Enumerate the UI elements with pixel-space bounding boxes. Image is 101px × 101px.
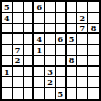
cell-r6c4-empty[interactable] <box>34 56 45 67</box>
cell-r4c6-given-6[interactable]: 6 <box>56 34 67 45</box>
cell-r1c1-given-5[interactable]: 5 <box>2 2 13 13</box>
cell-r3c8-given-7[interactable]: 7 <box>77 24 88 35</box>
cell-r7c2-empty[interactable] <box>13 67 24 78</box>
cell-r1c4-given-6[interactable]: 6 <box>34 2 45 13</box>
cell-r7c4-empty[interactable] <box>34 67 45 78</box>
cell-r9c2-empty[interactable] <box>13 88 24 99</box>
cell-r2c6-empty[interactable] <box>56 13 67 24</box>
cell-r9c8-empty[interactable] <box>77 88 88 99</box>
cell-r4c1-empty[interactable] <box>2 34 13 45</box>
cell-r2c2-empty[interactable] <box>13 13 24 24</box>
cell-r1c3-empty[interactable] <box>24 2 35 13</box>
cell-r7c8-empty[interactable] <box>77 67 88 78</box>
cell-r6c8-empty[interactable] <box>77 56 88 67</box>
cell-r5c1-empty[interactable] <box>2 45 13 56</box>
cell-r5c4-given-1[interactable]: 1 <box>34 45 45 56</box>
cell-r4c9-empty[interactable] <box>88 34 99 45</box>
cell-r8c5-given-2[interactable]: 2 <box>45 77 56 88</box>
cell-r3c5-empty[interactable] <box>45 24 56 35</box>
cell-r8c6-empty[interactable] <box>56 77 67 88</box>
cell-r1c2-empty[interactable] <box>13 2 24 13</box>
cell-r5c3-empty[interactable] <box>24 45 35 56</box>
cell-r6c2-given-2[interactable]: 2 <box>13 56 24 67</box>
cell-r4c4-given-4[interactable]: 4 <box>34 34 45 45</box>
cell-r8c4-empty[interactable] <box>34 77 45 88</box>
cell-r3c7-empty[interactable] <box>67 24 78 35</box>
cell-r1c9-empty[interactable] <box>88 2 99 13</box>
cell-r8c2-empty[interactable] <box>13 77 24 88</box>
cell-r2c3-empty[interactable] <box>24 13 35 24</box>
sudoku-board: 56427846571281325 <box>0 0 101 101</box>
cell-r7c6-empty[interactable] <box>56 67 67 78</box>
cell-r5c5-empty[interactable] <box>45 45 56 56</box>
cell-r4c3-empty[interactable] <box>24 34 35 45</box>
cell-r9c4-empty[interactable] <box>34 88 45 99</box>
cell-r6c9-empty[interactable] <box>88 56 99 67</box>
cell-r3c9-given-8[interactable]: 8 <box>88 24 99 35</box>
cell-r1c5-empty[interactable] <box>45 2 56 13</box>
cell-r7c1-given-1[interactable]: 1 <box>2 67 13 78</box>
cell-r4c7-given-5[interactable]: 5 <box>67 34 78 45</box>
cell-r5c8-empty[interactable] <box>77 45 88 56</box>
cell-r9c3-empty[interactable] <box>24 88 35 99</box>
cell-r3c4-empty[interactable] <box>34 24 45 35</box>
cell-r2c8-given-2[interactable]: 2 <box>77 13 88 24</box>
cell-r1c8-empty[interactable] <box>77 2 88 13</box>
cell-r2c7-empty[interactable] <box>67 13 78 24</box>
cell-r1c6-empty[interactable] <box>56 2 67 13</box>
cell-r2c4-empty[interactable] <box>34 13 45 24</box>
cell-r6c5-empty[interactable] <box>45 56 56 67</box>
cell-r9c1-empty[interactable] <box>2 88 13 99</box>
cell-r8c7-empty[interactable] <box>67 77 78 88</box>
cell-r8c3-empty[interactable] <box>24 77 35 88</box>
cell-r3c1-empty[interactable] <box>2 24 13 35</box>
cell-r4c8-empty[interactable] <box>77 34 88 45</box>
cell-r2c9-empty[interactable] <box>88 13 99 24</box>
cell-r8c9-empty[interactable] <box>88 77 99 88</box>
cell-r6c3-empty[interactable] <box>24 56 35 67</box>
cell-r6c7-given-8[interactable]: 8 <box>67 56 78 67</box>
cell-r3c2-empty[interactable] <box>13 24 24 35</box>
cell-r2c1-given-4[interactable]: 4 <box>2 13 13 24</box>
cell-r4c2-empty[interactable] <box>13 34 24 45</box>
cell-r9c7-empty[interactable] <box>67 88 78 99</box>
cell-r6c1-empty[interactable] <box>2 56 13 67</box>
cell-r6c6-empty[interactable] <box>56 56 67 67</box>
cell-r9c6-given-5[interactable]: 5 <box>56 88 67 99</box>
cell-r5c7-empty[interactable] <box>67 45 78 56</box>
cell-r7c5-given-3[interactable]: 3 <box>45 67 56 78</box>
cell-r1c7-empty[interactable] <box>67 2 78 13</box>
cell-r8c8-empty[interactable] <box>77 77 88 88</box>
cell-r8c1-empty[interactable] <box>2 77 13 88</box>
cell-r7c3-empty[interactable] <box>24 67 35 78</box>
cell-r3c6-empty[interactable] <box>56 24 67 35</box>
cell-r9c5-empty[interactable] <box>45 88 56 99</box>
cell-r2c5-empty[interactable] <box>45 13 56 24</box>
cell-r4c5-empty[interactable] <box>45 34 56 45</box>
cell-r7c7-empty[interactable] <box>67 67 78 78</box>
cell-r7c9-empty[interactable] <box>88 67 99 78</box>
cell-r5c2-given-7[interactable]: 7 <box>13 45 24 56</box>
cell-r5c9-empty[interactable] <box>88 45 99 56</box>
cell-r5c6-empty[interactable] <box>56 45 67 56</box>
cell-r3c3-empty[interactable] <box>24 24 35 35</box>
cell-r9c9-empty[interactable] <box>88 88 99 99</box>
